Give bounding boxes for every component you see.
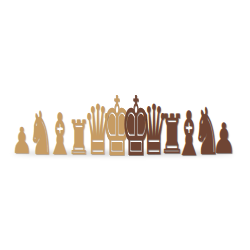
- chess-set-product-photo: ♟ ♞ ♝ ♜ ♛ ♚ ♚ ♛ ♜ ♝ ♞ ♟: [0, 0, 250, 250]
- black-pawn: ♟: [212, 118, 235, 160]
